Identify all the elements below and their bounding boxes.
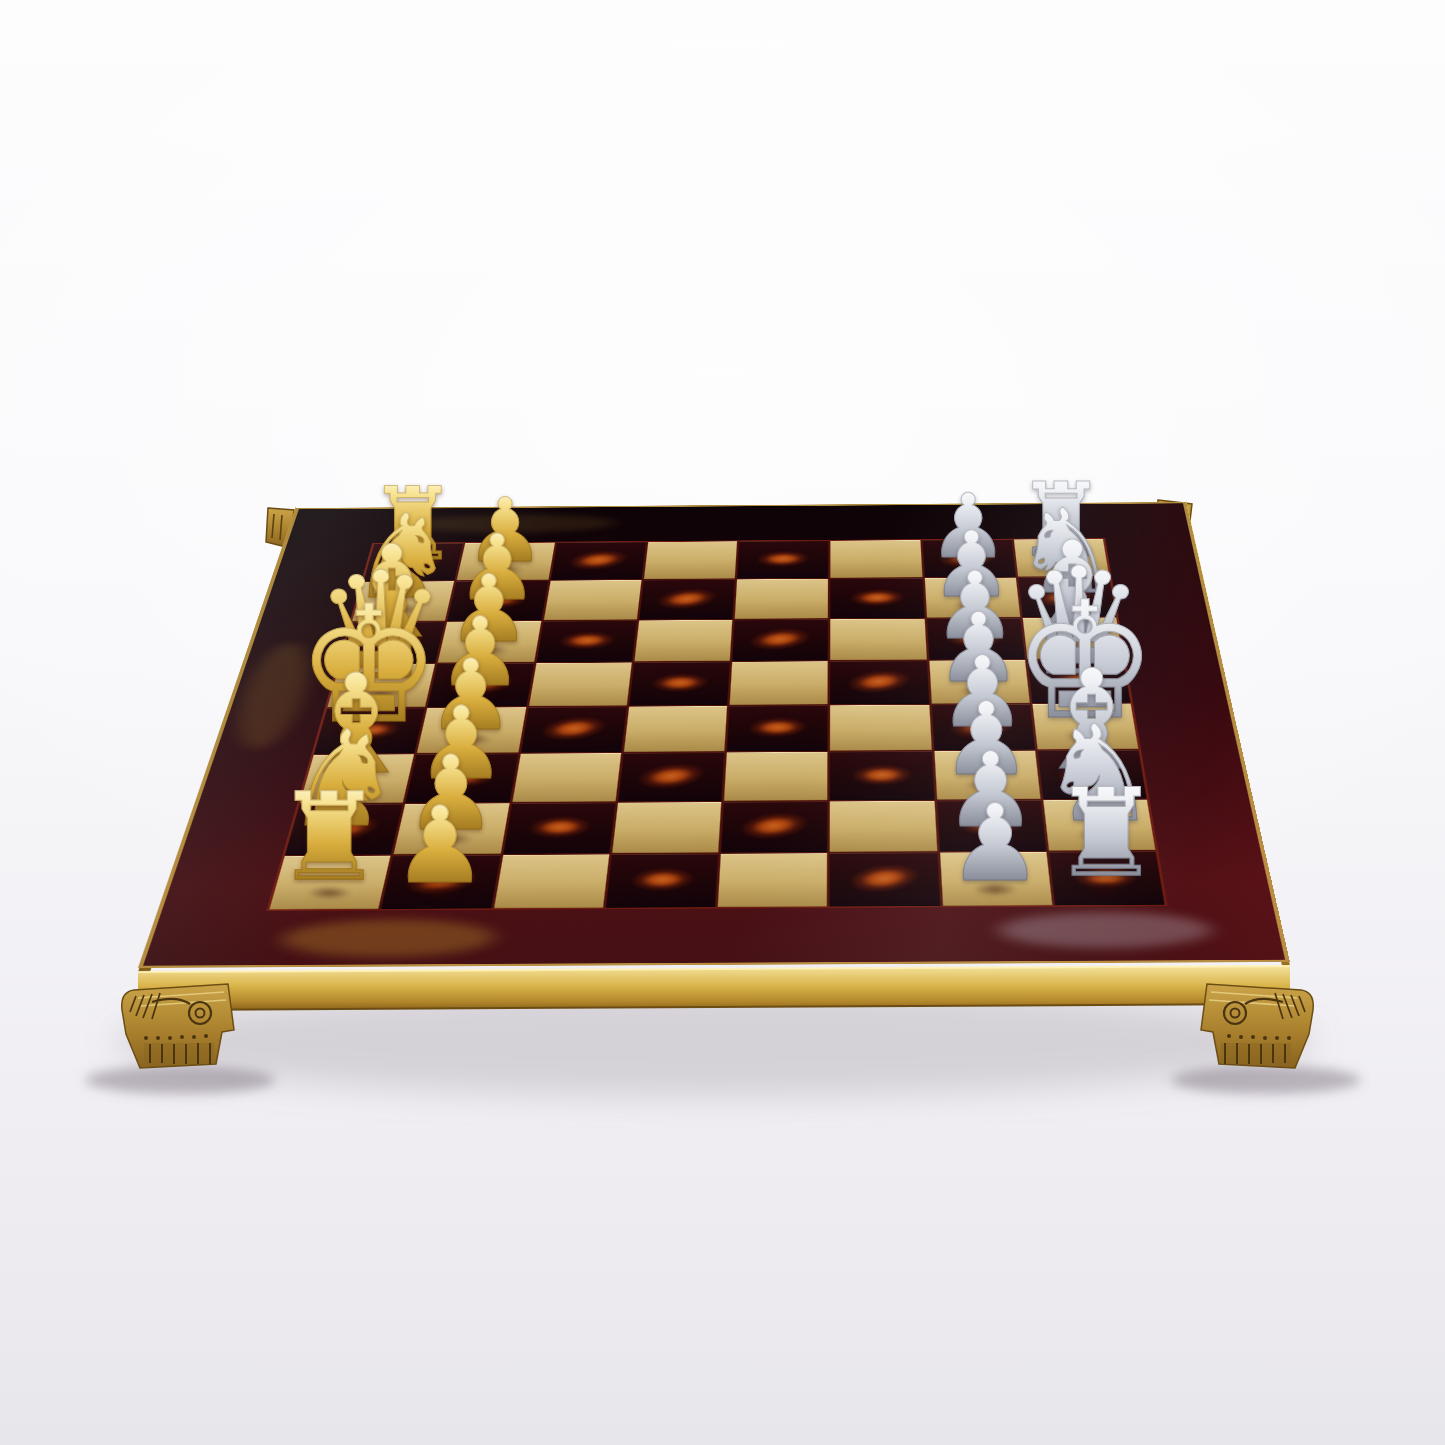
piece-black-rook-h8[interactable]: ♜ bbox=[1052, 774, 1161, 896]
piece-white-pawn-h2[interactable]: ♟ bbox=[392, 793, 487, 899]
piece-layer: ♜♟♟♜♞♟♟♞♝♟♟♝♛♟♟♛♚♟♟♚♝♟♟♝♞♟♟♞♜♟♟♜ bbox=[0, 0, 1445, 1445]
piece-black-pawn-h7[interactable]: ♟ bbox=[947, 789, 1042, 895]
studio-scene: ♜♟♟♜♞♟♟♞♝♟♟♝♛♟♟♛♚♟♟♚♝♟♟♝♞♟♟♞♜♟♟♜ bbox=[0, 0, 1445, 1445]
piece-white-rook-h1[interactable]: ♜ bbox=[275, 778, 383, 899]
